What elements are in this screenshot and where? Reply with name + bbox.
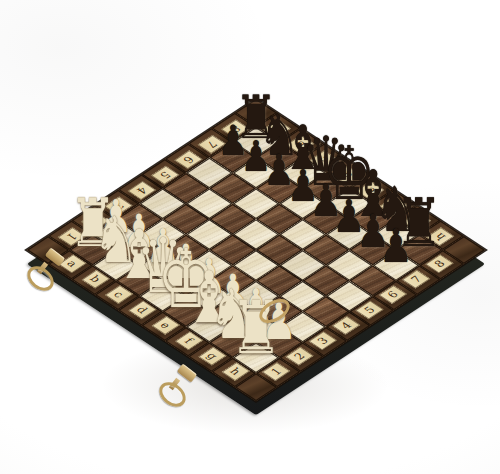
photo-background: abcdefgh8877665544332211abcdefgh ♜♞♝♛♚♝♞… xyxy=(0,0,500,474)
pieces-layer: ♜♞♝♛♚♝♞♜♟♟♟♟♟♟♟♟♟♟♟♟♟♟♟♟♜♞♝♛♚♝♞♜ xyxy=(0,0,500,474)
piece-black-pawn-h7[interactable]: ♟ xyxy=(379,224,412,271)
